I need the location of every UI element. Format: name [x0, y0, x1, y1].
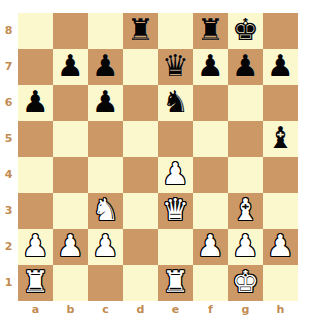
file-label-f: f [193, 301, 228, 320]
piece-white-king-g1[interactable]: ♚ [232, 267, 259, 297]
rank-label-8: 8 [0, 13, 17, 49]
file-label-e: e [158, 301, 193, 320]
square-c1[interactable] [88, 265, 123, 301]
chess-diagram: ♜♜♚♟♟♛♟♟♟♟♟♞♝♟♞♛♝♟♟♟♟♟♟♜♜♚ 87654321 abcd… [0, 0, 320, 320]
square-h1[interactable] [263, 265, 298, 301]
square-c4[interactable] [88, 157, 123, 193]
square-d2[interactable] [123, 229, 158, 265]
square-d8[interactable]: ♜ [123, 13, 158, 49]
square-b6[interactable] [53, 85, 88, 121]
square-a4[interactable] [18, 157, 53, 193]
square-h3[interactable] [263, 193, 298, 229]
square-c8[interactable] [88, 13, 123, 49]
square-b5[interactable] [53, 121, 88, 157]
piece-black-pawn-f7[interactable]: ♟ [197, 51, 224, 81]
piece-black-king-g8[interactable]: ♚ [232, 15, 259, 45]
piece-white-queen-e3[interactable]: ♛ [162, 195, 189, 225]
square-h4[interactable] [263, 157, 298, 193]
square-c3[interactable]: ♞ [88, 193, 123, 229]
square-d7[interactable] [123, 49, 158, 85]
square-a6[interactable]: ♟ [18, 85, 53, 121]
piece-black-pawn-c6[interactable]: ♟ [92, 87, 119, 117]
piece-black-pawn-b7[interactable]: ♟ [57, 51, 84, 81]
piece-white-pawn-f2[interactable]: ♟ [197, 231, 224, 261]
square-e6[interactable]: ♞ [158, 85, 193, 121]
square-f2[interactable]: ♟ [193, 229, 228, 265]
square-g6[interactable] [228, 85, 263, 121]
file-label-d: d [123, 301, 158, 320]
piece-white-pawn-c2[interactable]: ♟ [92, 231, 119, 261]
rank-label-2: 2 [0, 229, 17, 265]
rank-label-4: 4 [0, 157, 17, 193]
square-f4[interactable] [193, 157, 228, 193]
square-c5[interactable] [88, 121, 123, 157]
piece-black-pawn-g7[interactable]: ♟ [232, 51, 259, 81]
piece-white-rook-e1[interactable]: ♜ [162, 267, 189, 297]
piece-black-queen-e7[interactable]: ♛ [162, 51, 189, 81]
square-g4[interactable] [228, 157, 263, 193]
square-f7[interactable]: ♟ [193, 49, 228, 85]
piece-black-pawn-a6[interactable]: ♟ [22, 87, 49, 117]
rank-label-6: 6 [0, 85, 17, 121]
piece-white-pawn-h2[interactable]: ♟ [267, 231, 294, 261]
square-a3[interactable] [18, 193, 53, 229]
square-b7[interactable]: ♟ [53, 49, 88, 85]
piece-white-pawn-g2[interactable]: ♟ [232, 231, 259, 261]
piece-black-pawn-h7[interactable]: ♟ [267, 51, 294, 81]
square-d4[interactable] [123, 157, 158, 193]
piece-black-rook-d8[interactable]: ♜ [127, 15, 154, 45]
file-label-a: a [18, 301, 53, 320]
square-e7[interactable]: ♛ [158, 49, 193, 85]
square-c6[interactable]: ♟ [88, 85, 123, 121]
square-e8[interactable] [158, 13, 193, 49]
square-e1[interactable]: ♜ [158, 265, 193, 301]
square-g3[interactable]: ♝ [228, 193, 263, 229]
square-b1[interactable] [53, 265, 88, 301]
piece-white-pawn-b2[interactable]: ♟ [57, 231, 84, 261]
square-a7[interactable] [18, 49, 53, 85]
square-e5[interactable] [158, 121, 193, 157]
square-a5[interactable] [18, 121, 53, 157]
square-h6[interactable] [263, 85, 298, 121]
square-h8[interactable] [263, 13, 298, 49]
rank-label-7: 7 [0, 49, 17, 85]
square-e4[interactable]: ♟ [158, 157, 193, 193]
chess-board: ♜♜♚♟♟♛♟♟♟♟♟♞♝♟♞♛♝♟♟♟♟♟♟♜♜♚ [18, 13, 298, 301]
rank-label-1: 1 [0, 265, 17, 301]
square-b8[interactable] [53, 13, 88, 49]
piece-white-pawn-e4[interactable]: ♟ [162, 159, 189, 189]
square-h5[interactable]: ♝ [263, 121, 298, 157]
square-h2[interactable]: ♟ [263, 229, 298, 265]
piece-black-knight-e6[interactable]: ♞ [162, 87, 189, 117]
square-g8[interactable]: ♚ [228, 13, 263, 49]
piece-black-rook-f8[interactable]: ♜ [197, 15, 224, 45]
square-d5[interactable] [123, 121, 158, 157]
piece-white-bishop-g3[interactable]: ♝ [232, 195, 259, 225]
file-label-b: b [53, 301, 88, 320]
square-f6[interactable] [193, 85, 228, 121]
square-f5[interactable] [193, 121, 228, 157]
square-c2[interactable]: ♟ [88, 229, 123, 265]
square-d6[interactable] [123, 85, 158, 121]
square-b3[interactable] [53, 193, 88, 229]
square-d3[interactable] [123, 193, 158, 229]
square-c7[interactable]: ♟ [88, 49, 123, 85]
piece-white-knight-c3[interactable]: ♞ [92, 195, 119, 225]
square-a1[interactable]: ♜ [18, 265, 53, 301]
square-a2[interactable]: ♟ [18, 229, 53, 265]
piece-white-pawn-a2[interactable]: ♟ [22, 231, 49, 261]
square-f8[interactable]: ♜ [193, 13, 228, 49]
square-f1[interactable] [193, 265, 228, 301]
square-a8[interactable] [18, 13, 53, 49]
rank-label-3: 3 [0, 193, 17, 229]
square-f3[interactable] [193, 193, 228, 229]
square-g5[interactable] [228, 121, 263, 157]
piece-black-bishop-h5[interactable]: ♝ [267, 123, 294, 153]
square-d1[interactable] [123, 265, 158, 301]
square-h7[interactable]: ♟ [263, 49, 298, 85]
square-g7[interactable]: ♟ [228, 49, 263, 85]
square-g1[interactable]: ♚ [228, 265, 263, 301]
square-g2[interactable]: ♟ [228, 229, 263, 265]
square-b2[interactable]: ♟ [53, 229, 88, 265]
piece-white-rook-a1[interactable]: ♜ [22, 267, 49, 297]
square-b4[interactable] [53, 157, 88, 193]
file-label-c: c [88, 301, 123, 320]
square-e2[interactable] [158, 229, 193, 265]
file-label-g: g [228, 301, 263, 320]
rank-label-5: 5 [0, 121, 17, 157]
file-label-h: h [263, 301, 298, 320]
square-e3[interactable]: ♛ [158, 193, 193, 229]
piece-black-pawn-c7[interactable]: ♟ [92, 51, 119, 81]
